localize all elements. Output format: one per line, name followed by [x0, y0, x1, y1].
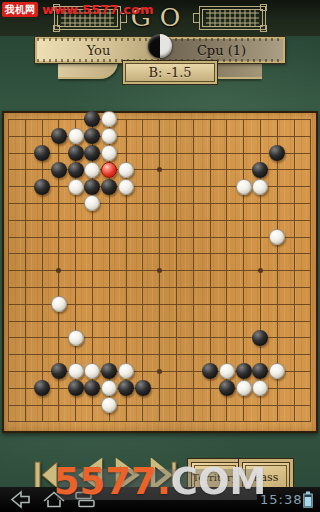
stone-black — [219, 380, 235, 396]
player-cpu-panel: Cpu (1) — [160, 39, 283, 61]
stone-white — [68, 330, 84, 346]
stone-black — [84, 179, 100, 195]
stone-black — [236, 363, 252, 379]
stone-white — [219, 363, 235, 379]
stone-white — [68, 179, 84, 195]
app-screen: GO 我机网 www.5577.com You Cpu (1) B: -1.5 … — [0, 0, 320, 512]
site-url: www.5577.com — [42, 2, 153, 17]
watermark-secondary: COM — [171, 460, 266, 503]
stone-white — [252, 380, 268, 396]
stone-white — [269, 229, 285, 245]
stone-black — [34, 145, 50, 161]
stone-white — [84, 162, 100, 178]
stone-black — [101, 179, 117, 195]
black-white-stone-emblem — [148, 34, 172, 58]
stone-black — [34, 179, 50, 195]
stone-white — [252, 179, 268, 195]
stone-black — [84, 380, 100, 396]
stone-black — [68, 145, 84, 161]
stone-white — [236, 380, 252, 396]
star-point — [157, 268, 162, 273]
stone-white — [269, 363, 285, 379]
stone-white — [118, 363, 134, 379]
site-banner: 我机网 www.5577.com — [2, 2, 153, 17]
stone-white — [101, 397, 117, 413]
player-you-panel: You — [37, 39, 160, 61]
score-estimate: B: -1.5 — [123, 61, 217, 84]
star-point — [56, 268, 61, 273]
stone-white — [101, 128, 117, 144]
stone-black — [84, 111, 100, 127]
stone-white — [84, 363, 100, 379]
stone-black — [252, 162, 268, 178]
stone-black — [252, 363, 268, 379]
stone-white — [68, 363, 84, 379]
watermark-primary: 5577. — [54, 460, 171, 503]
stone-black — [84, 128, 100, 144]
stone-black — [51, 162, 67, 178]
stones-layer[interactable] — [0, 111, 320, 431]
stone-black — [84, 145, 100, 161]
player-bar-wing-left — [58, 61, 118, 79]
stone-black — [51, 128, 67, 144]
stone-white — [68, 128, 84, 144]
stone-black — [101, 363, 117, 379]
star-point — [157, 369, 162, 374]
star-point — [157, 167, 162, 172]
stone-white — [51, 296, 67, 312]
stone-last-move-red — [101, 162, 117, 178]
stone-black — [202, 363, 218, 379]
stone-black — [51, 363, 67, 379]
stone-black — [252, 330, 268, 346]
site-badge: 我机网 — [2, 2, 38, 17]
stone-white — [84, 195, 100, 211]
stone-white — [118, 179, 134, 195]
stone-white — [101, 145, 117, 161]
stone-black — [135, 380, 151, 396]
stone-black — [34, 380, 50, 396]
stone-white — [118, 162, 134, 178]
stone-black — [118, 380, 134, 396]
stone-black — [269, 145, 285, 161]
stone-white — [101, 111, 117, 127]
stone-black — [68, 380, 84, 396]
go-board[interactable] — [2, 111, 318, 433]
stone-white — [101, 380, 117, 396]
stone-white — [236, 179, 252, 195]
star-point — [258, 268, 263, 273]
watermark: 5577.COM — [0, 462, 320, 502]
stone-black — [68, 162, 84, 178]
